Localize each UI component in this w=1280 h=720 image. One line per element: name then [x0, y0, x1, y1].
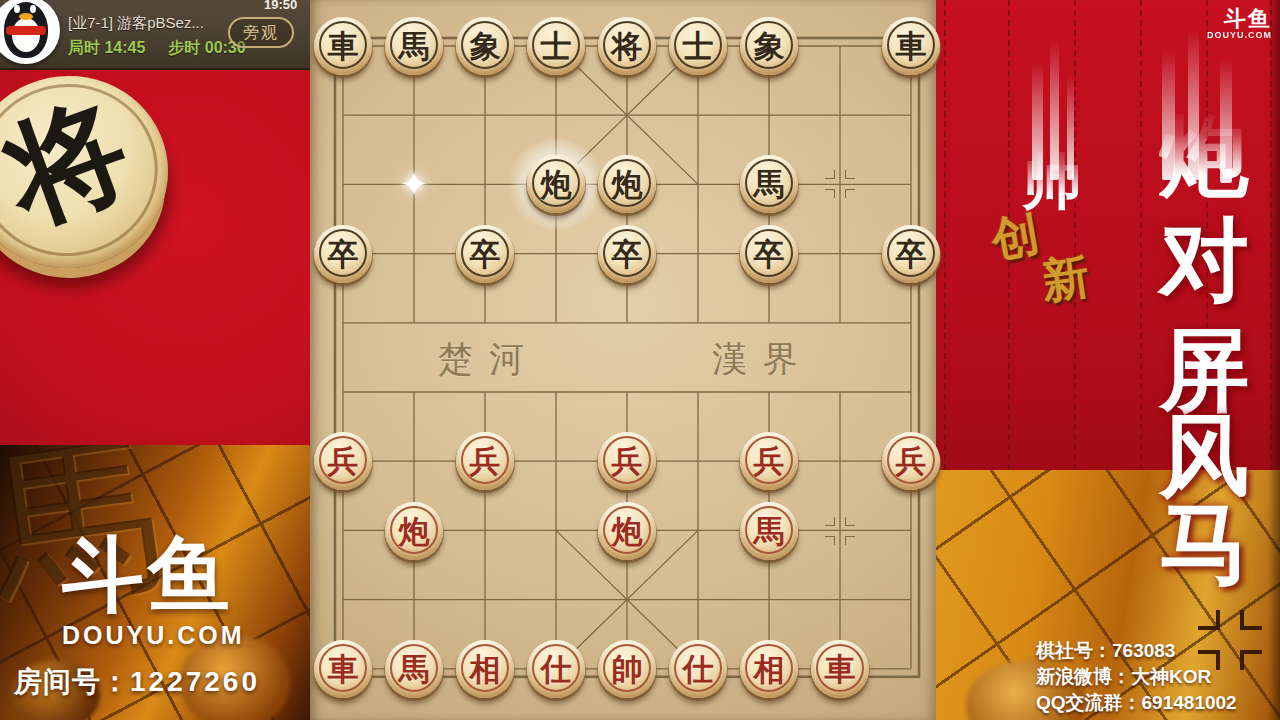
penguin-belly: [12, 18, 40, 52]
title-char-dui: 对: [1159, 212, 1249, 308]
contact-info-block: 棋社号：763083 新浪微博：大神KOR QQ交流群：691481002: [1036, 638, 1237, 716]
douyu-logo-cn: 斗鱼: [62, 521, 234, 631]
slogan-char-xin: 新: [1038, 245, 1093, 314]
board-grid: 車馬象士将士象車炮炮馬卒卒卒卒卒兵兵兵兵兵炮炮馬車馬相仕帥仕相車✦: [308, 11, 947, 703]
piece-black-soldier[interactable]: 卒: [740, 225, 798, 283]
room-number-line: 房间号：1227260: [14, 663, 260, 701]
room-number-value: 1227260: [130, 666, 260, 697]
douyu-logo-cn: 斗鱼: [1207, 8, 1272, 30]
piece-red-horse[interactable]: 馬: [740, 502, 798, 560]
piece-black-elephant[interactable]: 象: [456, 17, 514, 75]
left-panel: [业7-1] 游客pBSez... 局时 14:45 步时 00:30 旁观 1…: [0, 0, 310, 720]
player-name: [业7-1] 游客pBSez...: [68, 14, 204, 33]
qq-penguin-avatar-icon[interactable]: [0, 0, 60, 64]
game-time-label: 局时: [68, 39, 100, 56]
piece-black-soldier[interactable]: 卒: [456, 225, 514, 283]
stream-frame: [业7-1] 游客pBSez... 局时 14:45 步时 00:30 旁观 1…: [0, 0, 1280, 720]
move-time-label: 步时: [168, 39, 200, 56]
point-marker: [825, 170, 855, 198]
game-time-value: 14:45: [104, 39, 145, 56]
title-char-ma: 马: [1159, 496, 1249, 592]
piece-red-chariot[interactable]: 車: [811, 640, 869, 698]
piece-red-advisor[interactable]: 仕: [669, 640, 727, 698]
right-edge-vignette: [1268, 0, 1280, 720]
piece-black-chariot[interactable]: 車: [314, 17, 372, 75]
right-panel: 斗鱼 DOUYU.COM 帅 创 新 炮 对 屏 风 马 棋社号：763083 …: [936, 0, 1280, 720]
piece-red-soldier[interactable]: 兵: [740, 432, 798, 490]
xiangqi-board-panel: 楚河 漢界 車馬象士将士象車炮炮馬卒卒卒卒卒兵兵兵兵兵炮炮馬車馬相仕帥仕相車✦: [310, 0, 936, 720]
piece-black-soldier[interactable]: 卒: [598, 225, 656, 283]
piece-red-elephant[interactable]: 相: [740, 640, 798, 698]
douyu-logo-domain: DOUYU.COM: [62, 621, 245, 650]
douyu-logo-domain: DOUYU.COM: [1207, 30, 1272, 40]
piece-black-advisor[interactable]: 士: [527, 17, 585, 75]
piece-black-soldier[interactable]: 卒: [314, 225, 372, 283]
piece-black-cannon[interactable]: 炮: [527, 155, 585, 213]
chess-club-id: 棋社号：763083: [1036, 638, 1237, 664]
piece-red-horse[interactable]: 馬: [385, 640, 443, 698]
spectate-button[interactable]: 旁观: [228, 17, 294, 48]
penguin-beak: [19, 13, 33, 20]
piece-red-soldier[interactable]: 兵: [598, 432, 656, 490]
room-number-label: 房间号：: [14, 666, 130, 697]
piece-black-soldier[interactable]: 卒: [882, 225, 940, 283]
player-info-bar: [业7-1] 游客pBSez... 局时 14:45 步时 00:30 旁观 1…: [0, 0, 310, 70]
left-red-banner: 将: [0, 70, 310, 445]
decorative-general-piece: 将: [0, 66, 177, 278]
piece-black-horse[interactable]: 馬: [740, 155, 798, 213]
piece-red-cannon[interactable]: 炮: [385, 502, 443, 560]
piece-red-advisor[interactable]: 仕: [527, 640, 585, 698]
click-sparkle-icon: ✦: [391, 161, 437, 207]
title-char-feng: 风: [1159, 408, 1249, 504]
title-char-ping: 屏: [1159, 322, 1249, 418]
point-marker: [825, 517, 855, 545]
weibo-account: 新浪微博：大神KOR: [1036, 664, 1237, 690]
piece-black-chariot[interactable]: 車: [882, 17, 940, 75]
penguin-scarf: [6, 26, 46, 35]
piece-red-cannon[interactable]: 炮: [598, 502, 656, 560]
piece-red-soldier[interactable]: 兵: [314, 432, 372, 490]
piece-red-chariot[interactable]: 車: [314, 640, 372, 698]
piece-black-advisor[interactable]: 士: [669, 17, 727, 75]
piece-red-soldier[interactable]: 兵: [882, 432, 940, 490]
piece-black-general[interactable]: 将: [598, 17, 656, 75]
title-char-pao: 炮: [1159, 108, 1249, 204]
douyu-logo-topright: 斗鱼 DOUYU.COM: [1207, 8, 1272, 40]
piece-black-elephant[interactable]: 象: [740, 17, 798, 75]
left-photo-banner: 馬 斗鱼 DOUYU.COM 房间号：1227260: [0, 445, 310, 720]
piece-black-horse[interactable]: 馬: [385, 17, 443, 75]
piece-black-cannon[interactable]: 炮: [598, 155, 656, 213]
piece-red-general[interactable]: 帥: [598, 640, 656, 698]
piece-red-soldier[interactable]: 兵: [456, 432, 514, 490]
timers: 局时 14:45 步时 00:30: [68, 38, 246, 59]
piece-red-elephant[interactable]: 相: [456, 640, 514, 698]
qq-group: QQ交流群：691481002: [1036, 690, 1237, 716]
system-clock: 19:50: [264, 0, 310, 12]
